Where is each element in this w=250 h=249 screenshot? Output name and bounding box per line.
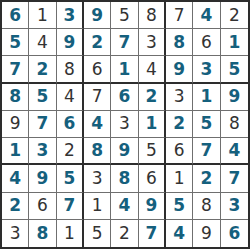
sudoku-cell-r7c5[interactable]: 8 xyxy=(111,165,138,192)
sudoku-cell-r4c9[interactable]: 9 xyxy=(221,84,248,111)
sudoku-cell-r5c3[interactable]: 6 xyxy=(57,111,84,138)
sudoku-cell-r3c4[interactable]: 6 xyxy=(84,56,111,83)
sudoku-cell-r7c9[interactable]: 7 xyxy=(221,165,248,192)
sudoku-cell-r3c9[interactable]: 5 xyxy=(221,56,248,83)
sudoku-cell-r9c1[interactable]: 3 xyxy=(2,220,29,247)
sudoku-cell-r8c7[interactable]: 5 xyxy=(166,193,193,220)
sudoku-cell-r7c7[interactable]: 1 xyxy=(166,165,193,192)
sudoku-cell-r2c7[interactable]: 8 xyxy=(166,29,193,56)
sudoku-cell-r4c2[interactable]: 5 xyxy=(29,84,56,111)
sudoku-cell-r1c8[interactable]: 4 xyxy=(193,2,220,29)
sudoku-cell-r7c4[interactable]: 3 xyxy=(84,165,111,192)
sudoku-cell-r7c3[interactable]: 5 xyxy=(57,165,84,192)
sudoku-cell-r5c7[interactable]: 2 xyxy=(166,111,193,138)
sudoku-cell-r4c7[interactable]: 3 xyxy=(166,84,193,111)
sudoku-cell-r6c4[interactable]: 8 xyxy=(84,138,111,165)
sudoku-cell-r1c7[interactable]: 7 xyxy=(166,2,193,29)
sudoku-cell-r5c4[interactable]: 4 xyxy=(84,111,111,138)
sudoku-cell-r5c2[interactable]: 7 xyxy=(29,111,56,138)
sudoku-cell-r6c5[interactable]: 9 xyxy=(111,138,138,165)
sudoku-cell-r8c3[interactable]: 7 xyxy=(57,193,84,220)
sudoku-cell-r9c6[interactable]: 7 xyxy=(139,220,166,247)
sudoku-cell-r7c2[interactable]: 9 xyxy=(29,165,56,192)
sudoku-cell-r3c3[interactable]: 8 xyxy=(57,56,84,83)
sudoku-cell-r1c4[interactable]: 9 xyxy=(84,2,111,29)
sudoku-cell-r4c3[interactable]: 4 xyxy=(57,84,84,111)
sudoku-cell-r2c8[interactable]: 6 xyxy=(193,29,220,56)
sudoku-cell-r2c1[interactable]: 5 xyxy=(2,29,29,56)
sudoku-cell-r9c2[interactable]: 8 xyxy=(29,220,56,247)
sudoku-cell-r6c3[interactable]: 2 xyxy=(57,138,84,165)
sudoku-cell-r3c6[interactable]: 4 xyxy=(139,56,166,83)
sudoku-cell-r8c6[interactable]: 9 xyxy=(139,193,166,220)
sudoku-cell-r9c5[interactable]: 2 xyxy=(111,220,138,247)
sudoku-cell-r4c8[interactable]: 1 xyxy=(193,84,220,111)
sudoku-cell-r6c6[interactable]: 5 xyxy=(139,138,166,165)
sudoku-cell-r7c8[interactable]: 2 xyxy=(193,165,220,192)
sudoku-board: 6139587425492738617286149358547623199764… xyxy=(0,0,250,249)
sudoku-cell-r9c4[interactable]: 5 xyxy=(84,220,111,247)
sudoku-cell-r5c9[interactable]: 8 xyxy=(221,111,248,138)
sudoku-cell-r2c9[interactable]: 1 xyxy=(221,29,248,56)
sudoku-cell-r1c5[interactable]: 5 xyxy=(111,2,138,29)
sudoku-cell-r4c6[interactable]: 2 xyxy=(139,84,166,111)
sudoku-cell-r7c1[interactable]: 4 xyxy=(2,165,29,192)
sudoku-cell-r8c1[interactable]: 2 xyxy=(2,193,29,220)
sudoku-cell-r8c9[interactable]: 3 xyxy=(221,193,248,220)
sudoku-cell-r9c9[interactable]: 6 xyxy=(221,220,248,247)
sudoku-cell-r6c7[interactable]: 6 xyxy=(166,138,193,165)
sudoku-cell-r4c5[interactable]: 6 xyxy=(111,84,138,111)
sudoku-cell-r9c7[interactable]: 4 xyxy=(166,220,193,247)
sudoku-cell-r2c3[interactable]: 9 xyxy=(57,29,84,56)
sudoku-cell-r3c5[interactable]: 1 xyxy=(111,56,138,83)
sudoku-cell-r6c2[interactable]: 3 xyxy=(29,138,56,165)
sudoku-cell-r7c6[interactable]: 6 xyxy=(139,165,166,192)
sudoku-cell-r9c8[interactable]: 9 xyxy=(193,220,220,247)
sudoku-cell-r5c8[interactable]: 5 xyxy=(193,111,220,138)
sudoku-cell-r5c6[interactable]: 1 xyxy=(139,111,166,138)
sudoku-cell-r8c5[interactable]: 4 xyxy=(111,193,138,220)
sudoku-cell-r5c5[interactable]: 3 xyxy=(111,111,138,138)
sudoku-cell-r2c6[interactable]: 3 xyxy=(139,29,166,56)
sudoku-cell-r4c4[interactable]: 7 xyxy=(84,84,111,111)
sudoku-cell-r3c8[interactable]: 3 xyxy=(193,56,220,83)
sudoku-cell-r8c4[interactable]: 1 xyxy=(84,193,111,220)
sudoku-cell-r3c7[interactable]: 9 xyxy=(166,56,193,83)
sudoku-cell-r6c8[interactable]: 7 xyxy=(193,138,220,165)
sudoku-cell-r1c1[interactable]: 6 xyxy=(2,2,29,29)
sudoku-cell-r9c3[interactable]: 1 xyxy=(57,220,84,247)
sudoku-cell-r1c3[interactable]: 3 xyxy=(57,2,84,29)
sudoku-cell-r2c2[interactable]: 4 xyxy=(29,29,56,56)
sudoku-cell-r1c6[interactable]: 8 xyxy=(139,2,166,29)
sudoku-cell-r5c1[interactable]: 9 xyxy=(2,111,29,138)
sudoku-cell-r8c8[interactable]: 8 xyxy=(193,193,220,220)
sudoku-cell-r6c9[interactable]: 4 xyxy=(221,138,248,165)
sudoku-cell-r6c1[interactable]: 1 xyxy=(2,138,29,165)
sudoku-cell-r2c4[interactable]: 2 xyxy=(84,29,111,56)
sudoku-cell-r1c2[interactable]: 1 xyxy=(29,2,56,29)
sudoku-cell-r3c2[interactable]: 2 xyxy=(29,56,56,83)
sudoku-cell-r1c9[interactable]: 2 xyxy=(221,2,248,29)
sudoku-cell-r4c1[interactable]: 8 xyxy=(2,84,29,111)
sudoku-cell-r2c5[interactable]: 7 xyxy=(111,29,138,56)
sudoku-cell-r3c1[interactable]: 7 xyxy=(2,56,29,83)
sudoku-cell-r8c2[interactable]: 6 xyxy=(29,193,56,220)
